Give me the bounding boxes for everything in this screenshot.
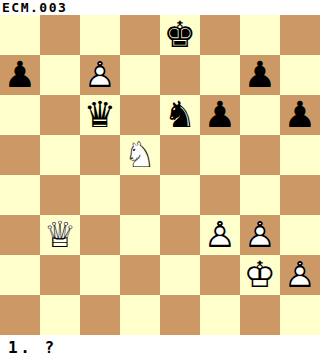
square-f3[interactable]: ♟♙ — [200, 215, 240, 255]
white-pawn: ♟♙ — [80, 55, 120, 95]
square-b6[interactable] — [40, 95, 80, 135]
square-c4[interactable] — [80, 175, 120, 215]
square-d8[interactable] — [120, 15, 160, 55]
square-f1[interactable] — [200, 295, 240, 335]
white-piece-outline-glyph: ♙ — [200, 215, 240, 255]
black-king: ♚ — [160, 15, 200, 55]
white-piece-outline-glyph: ♕ — [40, 215, 80, 255]
square-c2[interactable] — [80, 255, 120, 295]
square-b8[interactable] — [40, 15, 80, 55]
square-b7[interactable] — [40, 55, 80, 95]
white-pawn: ♟♙ — [280, 255, 320, 295]
square-a8[interactable] — [0, 15, 40, 55]
black-knight: ♞ — [160, 95, 200, 135]
square-c7[interactable]: ♟♙ — [80, 55, 120, 95]
square-c8[interactable] — [80, 15, 120, 55]
square-e3[interactable] — [160, 215, 200, 255]
square-g7[interactable]: ♟ — [240, 55, 280, 95]
square-b2[interactable] — [40, 255, 80, 295]
square-g4[interactable] — [240, 175, 280, 215]
square-d3[interactable] — [120, 215, 160, 255]
square-h2[interactable]: ♟♙ — [280, 255, 320, 295]
square-h1[interactable] — [280, 295, 320, 335]
square-a6[interactable] — [0, 95, 40, 135]
square-g6[interactable] — [240, 95, 280, 135]
black-pawn: ♟ — [0, 55, 40, 95]
square-f7[interactable] — [200, 55, 240, 95]
square-a7[interactable]: ♟ — [0, 55, 40, 95]
black-piece-glyph: ♟ — [240, 55, 280, 95]
move-prompt: 1. ? — [0, 335, 320, 360]
position-id-label: ECM.003 — [0, 0, 320, 15]
square-f8[interactable] — [200, 15, 240, 55]
black-piece-glyph: ♟ — [280, 95, 320, 135]
square-c3[interactable] — [80, 215, 120, 255]
square-b5[interactable] — [40, 135, 80, 175]
square-a3[interactable] — [0, 215, 40, 255]
square-b4[interactable] — [40, 175, 80, 215]
black-pawn: ♟ — [200, 95, 240, 135]
square-f6[interactable]: ♟ — [200, 95, 240, 135]
white-piece-outline-glyph: ♙ — [80, 55, 120, 95]
white-knight: ♞♘ — [120, 135, 160, 175]
white-pawn: ♟♙ — [200, 215, 240, 255]
square-f4[interactable] — [200, 175, 240, 215]
square-e1[interactable] — [160, 295, 200, 335]
square-h7[interactable] — [280, 55, 320, 95]
square-e4[interactable] — [160, 175, 200, 215]
black-piece-glyph: ♟ — [0, 55, 40, 95]
square-h3[interactable] — [280, 215, 320, 255]
black-piece-glyph: ♛ — [80, 95, 120, 135]
white-piece-outline-glyph: ♔ — [240, 255, 280, 295]
square-g2[interactable]: ♚♔ — [240, 255, 280, 295]
white-pawn: ♟♙ — [240, 215, 280, 255]
black-piece-glyph: ♟ — [200, 95, 240, 135]
black-piece-glyph: ♚ — [160, 15, 200, 55]
black-queen: ♛ — [80, 95, 120, 135]
square-h4[interactable] — [280, 175, 320, 215]
square-h6[interactable]: ♟ — [280, 95, 320, 135]
square-e6[interactable]: ♞ — [160, 95, 200, 135]
black-pawn: ♟ — [240, 55, 280, 95]
square-d4[interactable] — [120, 175, 160, 215]
square-d2[interactable] — [120, 255, 160, 295]
white-king: ♚♔ — [240, 255, 280, 295]
square-e2[interactable] — [160, 255, 200, 295]
square-e5[interactable] — [160, 135, 200, 175]
square-b1[interactable] — [40, 295, 80, 335]
white-queen: ♛♕ — [40, 215, 80, 255]
black-piece-glyph: ♞ — [160, 95, 200, 135]
square-g1[interactable] — [240, 295, 280, 335]
square-a4[interactable] — [0, 175, 40, 215]
square-g8[interactable] — [240, 15, 280, 55]
square-a5[interactable] — [0, 135, 40, 175]
square-d7[interactable] — [120, 55, 160, 95]
square-b3[interactable]: ♛♕ — [40, 215, 80, 255]
white-piece-outline-glyph: ♘ — [120, 135, 160, 175]
square-c5[interactable] — [80, 135, 120, 175]
square-a1[interactable] — [0, 295, 40, 335]
black-pawn: ♟ — [280, 95, 320, 135]
square-e8[interactable]: ♚ — [160, 15, 200, 55]
white-piece-outline-glyph: ♙ — [240, 215, 280, 255]
square-g5[interactable] — [240, 135, 280, 175]
chess-board: ♚♟♟♙♟♛♞♟♟♞♘♛♕♟♙♟♙♚♔♟♙ — [0, 15, 320, 335]
square-e7[interactable] — [160, 55, 200, 95]
square-d6[interactable] — [120, 95, 160, 135]
square-c1[interactable] — [80, 295, 120, 335]
white-piece-outline-glyph: ♙ — [280, 255, 320, 295]
square-d5[interactable]: ♞♘ — [120, 135, 160, 175]
square-g3[interactable]: ♟♙ — [240, 215, 280, 255]
square-f2[interactable] — [200, 255, 240, 295]
square-h8[interactable] — [280, 15, 320, 55]
square-d1[interactable] — [120, 295, 160, 335]
square-c6[interactable]: ♛ — [80, 95, 120, 135]
chess-app-window: ECM.003 ♚♟♟♙♟♛♞♟♟♞♘♛♕♟♙♟♙♚♔♟♙ 1. ? — [0, 0, 320, 360]
square-a2[interactable] — [0, 255, 40, 295]
square-f5[interactable] — [200, 135, 240, 175]
square-h5[interactable] — [280, 135, 320, 175]
